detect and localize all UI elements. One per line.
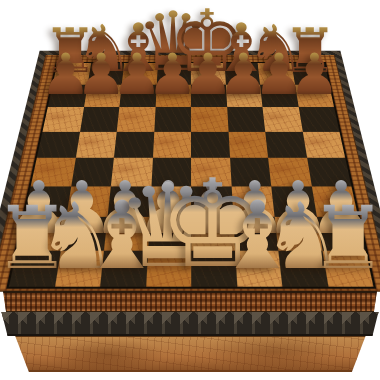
- square-b6[interactable]: [80, 107, 120, 131]
- square-e6[interactable]: [191, 107, 228, 131]
- square-c6[interactable]: [117, 107, 155, 131]
- square-g5[interactable]: [265, 131, 306, 157]
- square-a6[interactable]: [43, 107, 84, 131]
- square-a5[interactable]: [37, 131, 80, 157]
- chess-set-photo: ♜♞♝♛♚♝♞♜♟♟♟♟♟♟♟♟♟♟♟♟♟♟♟♟♜♞♝♛♚♝♞♜: [0, 0, 380, 380]
- box-front-map-leather: [0, 336, 380, 372]
- piece-white-rook-h1[interactable]: ♜: [309, 195, 380, 282]
- square-b5[interactable]: [75, 131, 116, 157]
- square-h6[interactable]: [298, 107, 339, 131]
- square-h5[interactable]: [302, 131, 345, 157]
- sawtooth-trim: [0, 312, 380, 336]
- square-c5[interactable]: [114, 131, 154, 157]
- square-f6[interactable]: [227, 107, 265, 131]
- square-g6[interactable]: [262, 107, 302, 131]
- piece-black-pawn-h7[interactable]: ♟: [289, 46, 340, 103]
- square-d6[interactable]: [154, 107, 191, 131]
